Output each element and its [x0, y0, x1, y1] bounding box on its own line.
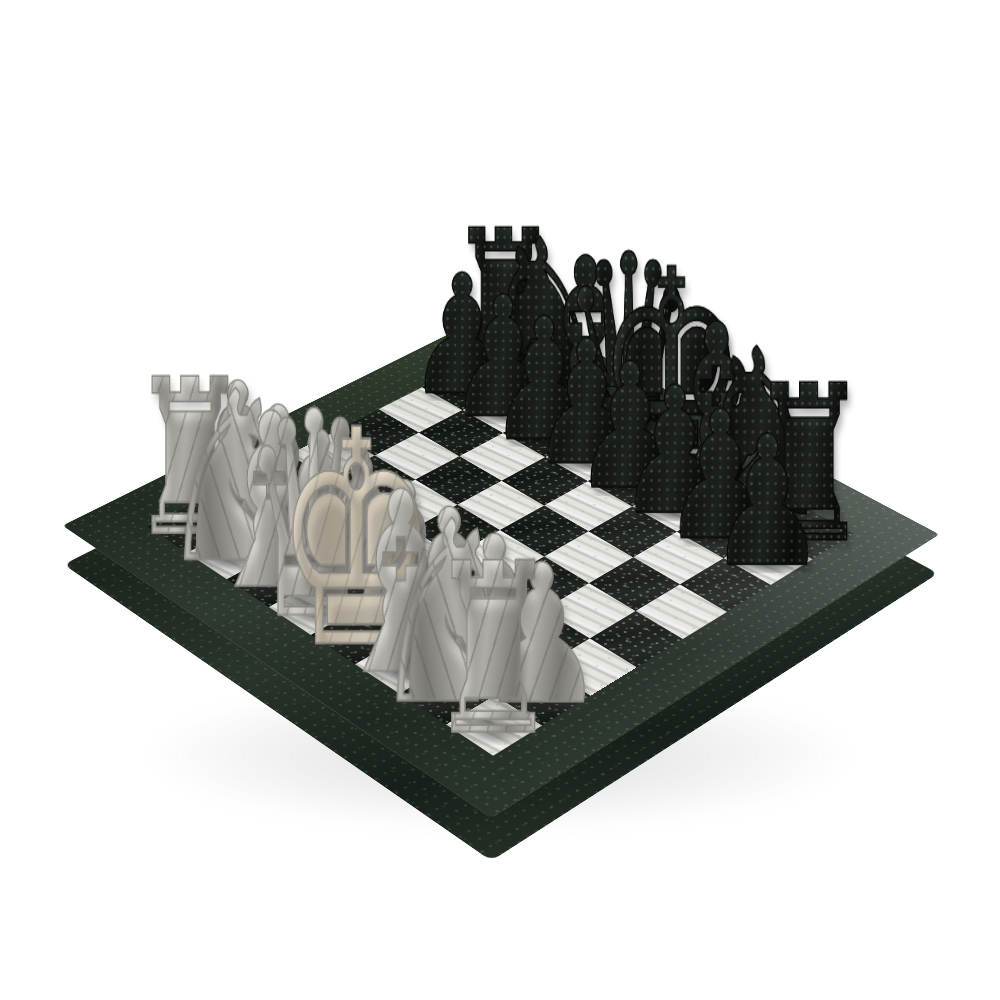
board-frame: ♜♞♝♛♚♝♞♜♟♟♟♟♟♟♟♟♟♟♟♟♟♟♟♟♜♞♝♛♚♝♞♜ — [63, 305, 940, 817]
square-h7: ♟ — [723, 533, 813, 585]
square-h6 — [680, 558, 771, 612]
square-h5 — [635, 584, 727, 639]
square-h1: ♜ — [446, 695, 543, 756]
scene: ♜♞♝♛♚♝♞♜♟♟♟♟♟♟♟♟♟♟♟♟♟♟♟♟♜♞♝♛♚♝♞♜ — [0, 0, 1000, 1000]
chess-board: ♜♞♝♛♚♝♞♜♟♟♟♟♟♟♟♟♟♟♟♟♟♟♟♟♜♞♝♛♚♝♞♜ — [63, 305, 940, 817]
perspective-wrap: ♜♞♝♛♚♝♞♜♟♟♟♟♟♟♟♟♟♟♟♟♟♟♟♟♜♞♝♛♚♝♞♜ — [0, 0, 1000, 1000]
